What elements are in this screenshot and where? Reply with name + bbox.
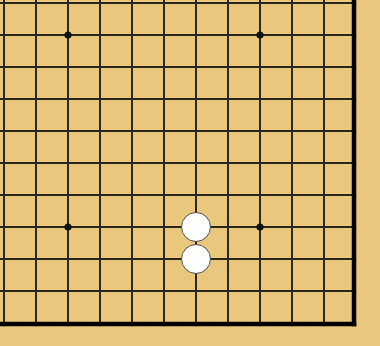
intersection-t4[interactable] (340, 211, 372, 243)
white-stone-o4: ○ (181, 212, 211, 242)
intersection-h6[interactable] (0, 147, 20, 179)
intersection-l5[interactable] (84, 179, 116, 211)
intersection-j8[interactable] (20, 83, 52, 115)
intersection-r8[interactable] (276, 83, 308, 115)
intersection-m7[interactable] (116, 115, 148, 147)
intersection-n3[interactable] (148, 243, 180, 275)
intersection-m6[interactable] (116, 147, 148, 179)
intersection-r6[interactable] (276, 147, 308, 179)
intersection-n6[interactable] (148, 147, 180, 179)
intersection-l2[interactable] (84, 275, 116, 307)
intersection-l7[interactable] (84, 115, 116, 147)
intersection-j11[interactable] (20, 0, 52, 19)
intersection-n8[interactable] (148, 83, 180, 115)
intersection-m5[interactable] (116, 179, 148, 211)
intersection-r10[interactable] (276, 19, 308, 51)
intersection-o9[interactable] (180, 51, 212, 83)
intersection-q2[interactable] (244, 275, 276, 307)
intersection-p8[interactable] (212, 83, 244, 115)
intersection-p2[interactable] (212, 275, 244, 307)
intersection-q3[interactable] (244, 243, 276, 275)
intersection-q10[interactable] (244, 19, 276, 51)
intersection-s4[interactable] (308, 211, 340, 243)
intersection-m2[interactable] (116, 275, 148, 307)
intersection-r5[interactable] (276, 179, 308, 211)
intersection-j10[interactable] (20, 19, 52, 51)
intersection-q6[interactable] (244, 147, 276, 179)
intersection-k6[interactable] (52, 147, 84, 179)
intersection-l4[interactable] (84, 211, 116, 243)
intersection-q4[interactable] (244, 211, 276, 243)
intersection-p11[interactable] (212, 0, 244, 19)
intersection-l9[interactable] (84, 51, 116, 83)
intersection-t11[interactable] (340, 0, 372, 19)
intersection-j2[interactable] (20, 275, 52, 307)
intersection-q8[interactable] (244, 83, 276, 115)
intersection-r9[interactable] (276, 51, 308, 83)
intersection-o10[interactable] (180, 19, 212, 51)
intersection-r2[interactable] (276, 275, 308, 307)
intersection-j3[interactable] (20, 243, 52, 275)
intersection-h5[interactable] (0, 179, 20, 211)
intersection-q1[interactable] (244, 307, 276, 339)
intersection-n7[interactable] (148, 115, 180, 147)
intersection-s3[interactable] (308, 243, 340, 275)
intersection-h2[interactable] (0, 275, 20, 307)
intersection-j1[interactable] (20, 307, 52, 339)
intersection-q5[interactable] (244, 179, 276, 211)
intersection-r11[interactable] (276, 0, 308, 19)
intersection-t3[interactable] (340, 243, 372, 275)
intersection-s7[interactable] (308, 115, 340, 147)
intersection-h8[interactable] (0, 83, 20, 115)
intersection-o11[interactable] (180, 0, 212, 19)
intersection-h3[interactable] (0, 243, 20, 275)
intersection-n4[interactable] (148, 211, 180, 243)
intersection-n2[interactable] (148, 275, 180, 307)
intersection-k2[interactable] (52, 275, 84, 307)
intersection-s9[interactable] (308, 51, 340, 83)
intersection-k1[interactable] (52, 307, 84, 339)
intersection-p4[interactable] (212, 211, 244, 243)
board-grid: ○○ (0, 0, 372, 339)
intersection-h1[interactable] (0, 307, 20, 339)
intersection-t9[interactable] (340, 51, 372, 83)
intersection-o4[interactable]: ○ (180, 211, 212, 243)
intersection-n11[interactable] (148, 0, 180, 19)
intersection-o8[interactable] (180, 83, 212, 115)
intersection-r1[interactable] (276, 307, 308, 339)
intersection-q7[interactable] (244, 115, 276, 147)
intersection-t2[interactable] (340, 275, 372, 307)
intersection-p6[interactable] (212, 147, 244, 179)
intersection-l8[interactable] (84, 83, 116, 115)
intersection-l3[interactable] (84, 243, 116, 275)
intersection-o6[interactable] (180, 147, 212, 179)
intersection-t6[interactable] (340, 147, 372, 179)
intersection-k7[interactable] (52, 115, 84, 147)
intersection-p7[interactable] (212, 115, 244, 147)
white-stone-o3: ○ (181, 244, 211, 274)
intersection-p10[interactable] (212, 19, 244, 51)
intersection-h9[interactable] (0, 51, 20, 83)
intersection-l10[interactable] (84, 19, 116, 51)
intersection-p9[interactable] (212, 51, 244, 83)
intersection-o2[interactable] (180, 275, 212, 307)
intersection-m11[interactable] (116, 0, 148, 19)
intersection-s8[interactable] (308, 83, 340, 115)
intersection-j6[interactable] (20, 147, 52, 179)
intersection-n10[interactable] (148, 19, 180, 51)
intersection-m1[interactable] (116, 307, 148, 339)
intersection-s11[interactable] (308, 0, 340, 19)
intersection-k4[interactable] (52, 211, 84, 243)
intersection-q9[interactable] (244, 51, 276, 83)
intersection-h4[interactable] (0, 211, 20, 243)
intersection-t10[interactable] (340, 19, 372, 51)
intersection-t7[interactable] (340, 115, 372, 147)
intersection-n5[interactable] (148, 179, 180, 211)
intersection-p5[interactable] (212, 179, 244, 211)
intersection-j4[interactable] (20, 211, 52, 243)
intersection-r4[interactable] (276, 211, 308, 243)
intersection-t1[interactable] (340, 307, 372, 339)
intersection-o7[interactable] (180, 115, 212, 147)
intersection-h10[interactable] (0, 19, 20, 51)
intersection-k9[interactable] (52, 51, 84, 83)
intersection-m4[interactable] (116, 211, 148, 243)
intersection-k5[interactable] (52, 179, 84, 211)
intersection-m8[interactable] (116, 83, 148, 115)
intersection-p3[interactable] (212, 243, 244, 275)
intersection-o5[interactable] (180, 179, 212, 211)
intersection-h7[interactable] (0, 115, 20, 147)
intersection-r7[interactable] (276, 115, 308, 147)
intersection-m9[interactable] (116, 51, 148, 83)
intersection-s2[interactable] (308, 275, 340, 307)
intersection-r3[interactable] (276, 243, 308, 275)
intersection-t5[interactable] (340, 179, 372, 211)
intersection-l1[interactable] (84, 307, 116, 339)
intersection-n1[interactable] (148, 307, 180, 339)
intersection-s1[interactable] (308, 307, 340, 339)
intersection-s6[interactable] (308, 147, 340, 179)
intersection-h11[interactable] (0, 0, 20, 19)
intersection-k3[interactable] (52, 243, 84, 275)
intersection-t8[interactable] (340, 83, 372, 115)
intersection-j7[interactable] (20, 115, 52, 147)
intersection-p1[interactable] (212, 307, 244, 339)
intersection-o3[interactable]: ○ (180, 243, 212, 275)
intersection-o1[interactable] (180, 307, 212, 339)
intersection-j5[interactable] (20, 179, 52, 211)
intersection-l11[interactable] (84, 0, 116, 19)
intersection-m3[interactable] (116, 243, 148, 275)
intersection-n9[interactable] (148, 51, 180, 83)
intersection-k11[interactable] (52, 0, 84, 19)
go-board: ○○ (0, 0, 380, 346)
intersection-m10[interactable] (116, 19, 148, 51)
intersection-k8[interactable] (52, 83, 84, 115)
intersection-q11[interactable] (244, 0, 276, 19)
intersection-s10[interactable] (308, 19, 340, 51)
intersection-s5[interactable] (308, 179, 340, 211)
intersection-l6[interactable] (84, 147, 116, 179)
intersection-k10[interactable] (52, 19, 84, 51)
intersection-j9[interactable] (20, 51, 52, 83)
